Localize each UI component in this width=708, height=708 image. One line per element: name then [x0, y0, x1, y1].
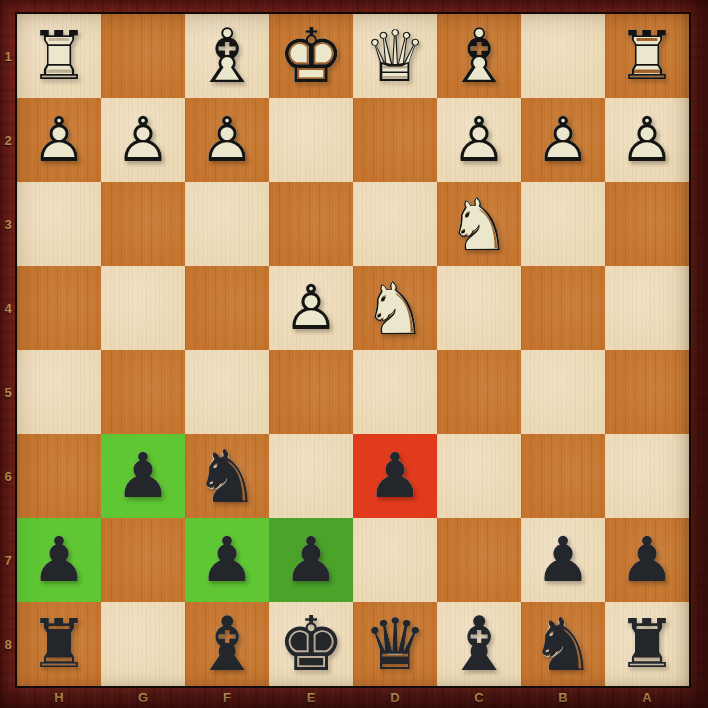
square-f7-highlighted[interactable]: ♙♟: [185, 518, 269, 602]
black-bishop-glyph-outline: ♝: [437, 602, 521, 686]
black-queen-glyph-outline: ♛: [353, 602, 437, 686]
rank-label-7: 7: [0, 518, 16, 602]
black-king-glyph-outline: ♚: [269, 602, 353, 686]
white-pawn-glyph-outline: ♙: [437, 98, 521, 182]
file-coordinates: HGFEDCBA: [17, 687, 689, 707]
white-pawn-glyph-outline: ♙: [17, 98, 101, 182]
square-g8[interactable]: [101, 602, 185, 686]
white-pawn[interactable]: ♟♙: [101, 98, 185, 182]
rank-label-2: 2: [0, 98, 16, 182]
file-label-c: C: [437, 687, 521, 707]
square-d4[interactable]: ♞♘: [353, 266, 437, 350]
square-e6[interactable]: [269, 434, 353, 518]
square-b2[interactable]: ♟♙: [521, 98, 605, 182]
square-b4[interactable]: [521, 266, 605, 350]
white-king[interactable]: ♚♔: [269, 14, 353, 98]
square-g5[interactable]: [101, 350, 185, 434]
white-pawn-glyph-outline: ♙: [101, 98, 185, 182]
file-label-b: B: [521, 687, 605, 707]
square-f1[interactable]: ♝♗: [185, 14, 269, 98]
square-d6-highlighted[interactable]: ♙♟: [353, 434, 437, 518]
square-h5[interactable]: [17, 350, 101, 434]
white-knight-glyph-outline: ♘: [353, 266, 437, 350]
black-pawn[interactable]: ♙♟: [605, 518, 689, 602]
file-label-g: G: [101, 687, 185, 707]
black-pawn[interactable]: ♙♟: [269, 518, 353, 602]
square-g2[interactable]: ♟♙: [101, 98, 185, 182]
black-pawn[interactable]: ♙♟: [353, 434, 437, 518]
square-c2[interactable]: ♟♙: [437, 98, 521, 182]
white-pawn-glyph-outline: ♙: [521, 98, 605, 182]
black-pawn-glyph-outline: ♟: [185, 518, 269, 602]
square-e1[interactable]: ♚♔: [269, 14, 353, 98]
white-rook-glyph-outline: ♖: [605, 14, 689, 98]
square-a7[interactable]: ♙♟: [605, 518, 689, 602]
square-a1[interactable]: ♜♖: [605, 14, 689, 98]
white-pawn[interactable]: ♟♙: [521, 98, 605, 182]
rank-coordinates: 12345678: [0, 14, 16, 686]
square-h4[interactable]: [17, 266, 101, 350]
square-a6[interactable]: [605, 434, 689, 518]
square-c5[interactable]: [437, 350, 521, 434]
white-rook-glyph-outline: ♖: [17, 14, 101, 98]
rank-label-4: 4: [0, 266, 16, 350]
rank-label-5: 5: [0, 350, 16, 434]
square-g7[interactable]: [101, 518, 185, 602]
square-f2[interactable]: ♟♙: [185, 98, 269, 182]
rank-label-1: 1: [0, 14, 16, 98]
board-frame: ♜♖♝♗♚♔♛♕♝♗♜♖♟♙♟♙♟♙♟♙♟♙♟♙♞♘♟♙♞♘♙♟♘♞♙♟♙♟♙♟…: [0, 0, 708, 708]
black-knight-glyph-outline: ♞: [521, 602, 605, 686]
square-e2[interactable]: [269, 98, 353, 182]
square-h3[interactable]: [17, 182, 101, 266]
square-h6[interactable]: [17, 434, 101, 518]
white-pawn-glyph-outline: ♙: [605, 98, 689, 182]
square-e4[interactable]: ♟♙: [269, 266, 353, 350]
square-b6[interactable]: [521, 434, 605, 518]
white-pawn[interactable]: ♟♙: [269, 266, 353, 350]
white-pawn-glyph-outline: ♙: [269, 266, 353, 350]
white-rook[interactable]: ♜♖: [17, 14, 101, 98]
square-a5[interactable]: [605, 350, 689, 434]
file-label-f: F: [185, 687, 269, 707]
square-f8[interactable]: ♗♝: [185, 602, 269, 686]
white-bishop-glyph-outline: ♗: [437, 14, 521, 98]
square-d8[interactable]: ♕♛: [353, 602, 437, 686]
square-a8[interactable]: ♖♜: [605, 602, 689, 686]
rank-label-3: 3: [0, 182, 16, 266]
square-e8[interactable]: ♔♚: [269, 602, 353, 686]
black-pawn-glyph-outline: ♟: [605, 518, 689, 602]
square-e7-highlighted[interactable]: ♙♟: [269, 518, 353, 602]
square-g1[interactable]: [101, 14, 185, 98]
black-pawn-glyph-outline: ♟: [353, 434, 437, 518]
white-knight-glyph-outline: ♘: [437, 182, 521, 266]
square-g6-highlighted[interactable]: ♙♟: [101, 434, 185, 518]
white-queen[interactable]: ♛♕: [353, 14, 437, 98]
square-g4[interactable]: [101, 266, 185, 350]
square-d7[interactable]: [353, 518, 437, 602]
black-pawn[interactable]: ♙♟: [17, 518, 101, 602]
white-pawn[interactable]: ♟♙: [437, 98, 521, 182]
white-bishop[interactable]: ♝♗: [437, 14, 521, 98]
square-f3[interactable]: [185, 182, 269, 266]
white-pawn[interactable]: ♟♙: [185, 98, 269, 182]
black-bishop-glyph-outline: ♝: [185, 602, 269, 686]
square-f6[interactable]: ♘♞: [185, 434, 269, 518]
file-label-d: D: [353, 687, 437, 707]
white-rook[interactable]: ♜♖: [605, 14, 689, 98]
black-pawn-glyph-outline: ♟: [17, 518, 101, 602]
square-c1[interactable]: ♝♗: [437, 14, 521, 98]
square-f5[interactable]: [185, 350, 269, 434]
white-knight[interactable]: ♞♘: [437, 182, 521, 266]
square-a3[interactable]: [605, 182, 689, 266]
black-rook[interactable]: ♖♜: [605, 602, 689, 686]
square-c3[interactable]: ♞♘: [437, 182, 521, 266]
rank-label-6: 6: [0, 434, 16, 518]
square-c4[interactable]: [437, 266, 521, 350]
white-queen-glyph-outline: ♕: [353, 14, 437, 98]
square-e3[interactable]: [269, 182, 353, 266]
square-f4[interactable]: [185, 266, 269, 350]
square-d1[interactable]: ♛♕: [353, 14, 437, 98]
black-rook[interactable]: ♖♜: [17, 602, 101, 686]
square-a2[interactable]: ♟♙: [605, 98, 689, 182]
black-pawn-glyph-outline: ♟: [521, 518, 605, 602]
square-d3[interactable]: [353, 182, 437, 266]
white-knight[interactable]: ♞♘: [353, 266, 437, 350]
black-rook-glyph-outline: ♜: [17, 602, 101, 686]
square-h1[interactable]: ♜♖: [17, 14, 101, 98]
square-c8[interactable]: ♗♝: [437, 602, 521, 686]
square-b7[interactable]: ♙♟: [521, 518, 605, 602]
black-king[interactable]: ♔♚: [269, 602, 353, 686]
square-d2[interactable]: [353, 98, 437, 182]
black-rook-glyph-outline: ♜: [605, 602, 689, 686]
file-label-h: H: [17, 687, 101, 707]
square-b8[interactable]: ♘♞: [521, 602, 605, 686]
black-pawn[interactable]: ♙♟: [521, 518, 605, 602]
black-queen[interactable]: ♕♛: [353, 602, 437, 686]
black-bishop[interactable]: ♗♝: [437, 602, 521, 686]
black-pawn-glyph-outline: ♟: [101, 434, 185, 518]
square-b1[interactable]: [521, 14, 605, 98]
black-knight[interactable]: ♘♞: [185, 434, 269, 518]
file-label-a: A: [605, 687, 689, 707]
square-h8[interactable]: ♖♜: [17, 602, 101, 686]
black-knight-glyph-outline: ♞: [185, 434, 269, 518]
square-e5[interactable]: [269, 350, 353, 434]
chess-board: ♜♖♝♗♚♔♛♕♝♗♜♖♟♙♟♙♟♙♟♙♟♙♟♙♞♘♟♙♞♘♙♟♘♞♙♟♙♟♙♟…: [17, 14, 689, 686]
white-bishop-glyph-outline: ♗: [185, 14, 269, 98]
file-label-e: E: [269, 687, 353, 707]
square-a4[interactable]: [605, 266, 689, 350]
square-c6[interactable]: [437, 434, 521, 518]
black-knight[interactable]: ♘♞: [521, 602, 605, 686]
square-b3[interactable]: [521, 182, 605, 266]
black-pawn-glyph-outline: ♟: [269, 518, 353, 602]
square-h2[interactable]: ♟♙: [17, 98, 101, 182]
white-bishop[interactable]: ♝♗: [185, 14, 269, 98]
rank-label-8: 8: [0, 602, 16, 686]
white-pawn-glyph-outline: ♙: [185, 98, 269, 182]
white-pawn[interactable]: ♟♙: [17, 98, 101, 182]
square-g3[interactable]: [101, 182, 185, 266]
square-c7[interactable]: [437, 518, 521, 602]
white-pawn[interactable]: ♟♙: [605, 98, 689, 182]
square-b5[interactable]: [521, 350, 605, 434]
black-bishop[interactable]: ♗♝: [185, 602, 269, 686]
black-pawn[interactable]: ♙♟: [185, 518, 269, 602]
black-pawn[interactable]: ♙♟: [101, 434, 185, 518]
square-h7-highlighted[interactable]: ♙♟: [17, 518, 101, 602]
square-d5[interactable]: [353, 350, 437, 434]
white-king-glyph-outline: ♔: [269, 14, 353, 98]
